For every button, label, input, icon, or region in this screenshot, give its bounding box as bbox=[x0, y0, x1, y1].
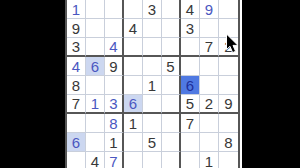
cell-r9c1[interactable] bbox=[67, 152, 86, 168]
cell-r4c7[interactable] bbox=[181, 57, 200, 76]
cell-r4c3[interactable]: 9 bbox=[105, 57, 124, 76]
cell-r8c7[interactable] bbox=[181, 133, 200, 152]
cell-r1c2[interactable] bbox=[86, 0, 105, 19]
cell-r5c1[interactable]: 8 bbox=[67, 76, 86, 95]
cell-r8c8[interactable] bbox=[200, 133, 219, 152]
cell-r5c7[interactable]: 6 bbox=[181, 76, 200, 95]
cell-r4c9[interactable] bbox=[219, 57, 238, 76]
cell-r1c7[interactable]: 4 bbox=[181, 0, 200, 19]
cell-r5c5[interactable]: 1 bbox=[143, 76, 162, 95]
cell-r6c1[interactable]: 7 bbox=[67, 95, 86, 114]
cell-r4c1[interactable]: 4 bbox=[67, 57, 86, 76]
cell-r8c1[interactable]: 6 bbox=[67, 133, 86, 152]
cell-r7c8[interactable] bbox=[200, 114, 219, 133]
cell-r9c5[interactable] bbox=[143, 152, 162, 168]
cell-r4c2[interactable]: 6 bbox=[86, 57, 105, 76]
cell-r1c6[interactable] bbox=[162, 0, 181, 19]
cell-r9c3[interactable]: 7 bbox=[105, 152, 124, 168]
cell-r2c7[interactable]: 3 bbox=[181, 19, 200, 38]
cell-r9c7[interactable] bbox=[181, 152, 200, 168]
cell-r6c5[interactable] bbox=[143, 95, 162, 114]
cell-r6c9[interactable]: 9 bbox=[219, 95, 238, 114]
cell-r7c6[interactable] bbox=[162, 114, 181, 133]
cell-r3c5[interactable] bbox=[143, 38, 162, 57]
cell-r3c2[interactable] bbox=[86, 38, 105, 57]
sudoku-grid[interactable]: 13499433472469581671365298176158471 bbox=[65, 0, 240, 168]
cell-r5c3[interactable] bbox=[105, 76, 124, 95]
cell-r7c1[interactable] bbox=[67, 114, 86, 133]
cell-r7c4[interactable]: 1 bbox=[124, 114, 143, 133]
cell-r1c5[interactable]: 3 bbox=[143, 0, 162, 19]
cell-r8c3[interactable]: 1 bbox=[105, 133, 124, 152]
cell-r9c9[interactable] bbox=[219, 152, 238, 168]
cell-r8c2[interactable] bbox=[86, 133, 105, 152]
cell-r4c5[interactable] bbox=[143, 57, 162, 76]
cell-r1c4[interactable] bbox=[124, 0, 143, 19]
app-background: { "game": "sudoku", "position": "1000304… bbox=[0, 0, 300, 168]
cell-r5c2[interactable] bbox=[86, 76, 105, 95]
cell-r7c2[interactable] bbox=[86, 114, 105, 133]
cell-r7c3[interactable]: 8 bbox=[105, 114, 124, 133]
cell-r6c7[interactable]: 5 bbox=[181, 95, 200, 114]
cell-r3c3[interactable]: 4 bbox=[105, 38, 124, 57]
cell-r4c8[interactable] bbox=[200, 57, 219, 76]
cell-r7c5[interactable] bbox=[143, 114, 162, 133]
cell-r3c9[interactable]: 2 bbox=[219, 38, 238, 57]
cell-r6c8[interactable]: 2 bbox=[200, 95, 219, 114]
sudoku-board: 13499433472469581671365298176158471 bbox=[65, 0, 242, 168]
cell-r3c1[interactable]: 3 bbox=[67, 38, 86, 57]
cell-r3c6[interactable] bbox=[162, 38, 181, 57]
cell-r6c4[interactable]: 6 bbox=[124, 95, 143, 114]
cell-r2c1[interactable]: 9 bbox=[67, 19, 86, 38]
cell-r5c4[interactable] bbox=[124, 76, 143, 95]
cell-r9c8[interactable]: 1 bbox=[200, 152, 219, 168]
cell-r2c6[interactable] bbox=[162, 19, 181, 38]
cell-r4c6[interactable]: 5 bbox=[162, 57, 181, 76]
cell-r8c4[interactable] bbox=[124, 133, 143, 152]
cell-r8c5[interactable]: 5 bbox=[143, 133, 162, 152]
cell-r3c8[interactable]: 7 bbox=[200, 38, 219, 57]
cell-r1c3[interactable] bbox=[105, 0, 124, 19]
cell-r9c6[interactable] bbox=[162, 152, 181, 168]
cell-r7c9[interactable] bbox=[219, 114, 238, 133]
cell-r2c4[interactable]: 4 bbox=[124, 19, 143, 38]
cell-r3c4[interactable] bbox=[124, 38, 143, 57]
cell-r1c8[interactable]: 9 bbox=[200, 0, 219, 19]
cell-r6c3[interactable]: 3 bbox=[105, 95, 124, 114]
cell-r2c3[interactable] bbox=[105, 19, 124, 38]
cell-r5c6[interactable] bbox=[162, 76, 181, 95]
cell-r6c2[interactable]: 1 bbox=[86, 95, 105, 114]
cell-r2c8[interactable] bbox=[200, 19, 219, 38]
cell-r3c7[interactable] bbox=[181, 38, 200, 57]
cell-r9c4[interactable] bbox=[124, 152, 143, 168]
cell-r2c5[interactable] bbox=[143, 19, 162, 38]
cell-r6c6[interactable] bbox=[162, 95, 181, 114]
cell-r1c1[interactable]: 1 bbox=[67, 0, 86, 19]
cell-r9c2[interactable]: 4 bbox=[86, 152, 105, 168]
cell-r8c6[interactable] bbox=[162, 133, 181, 152]
cell-r8c9[interactable]: 8 bbox=[219, 133, 238, 152]
cell-r5c8[interactable] bbox=[200, 76, 219, 95]
cell-r2c9[interactable] bbox=[219, 19, 238, 38]
cell-r1c9[interactable] bbox=[219, 0, 238, 19]
cell-r2c2[interactable] bbox=[86, 19, 105, 38]
cell-r7c7[interactable]: 7 bbox=[181, 114, 200, 133]
cell-r4c4[interactable] bbox=[124, 57, 143, 76]
cell-r5c9[interactable] bbox=[219, 76, 238, 95]
